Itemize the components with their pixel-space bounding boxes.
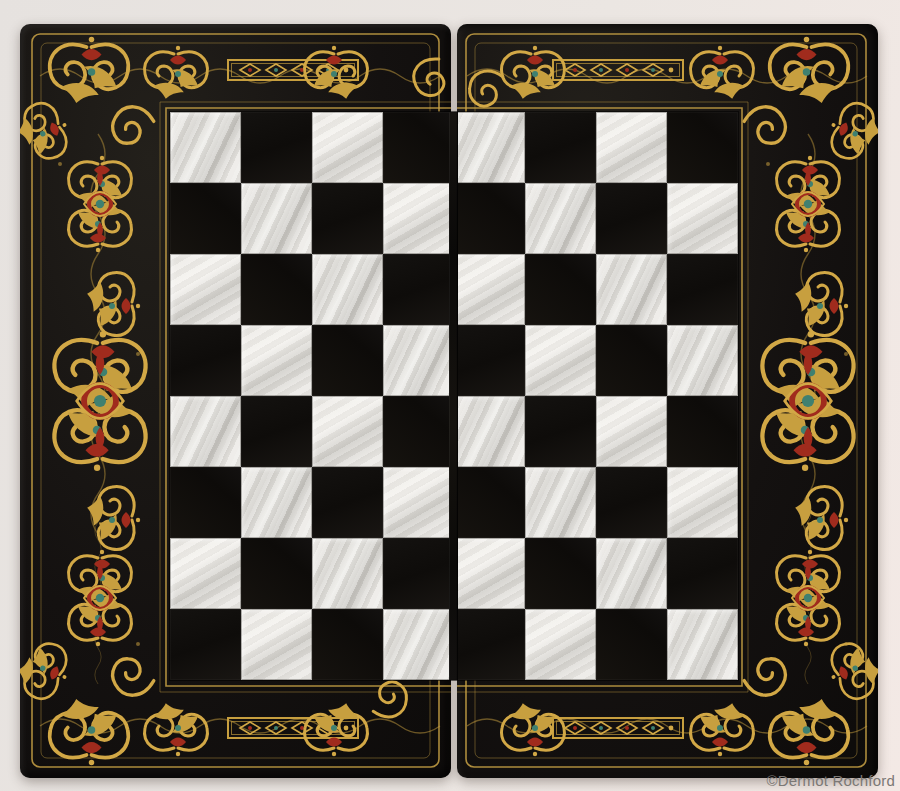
board-square-a8[interactable]	[170, 112, 241, 183]
scrollwork-right-band	[762, 134, 853, 684]
board-square-c8[interactable]	[312, 112, 383, 183]
board-square-g3[interactable]	[596, 467, 667, 538]
board-square-c6[interactable]	[312, 254, 383, 325]
board-square-h2[interactable]	[667, 538, 738, 609]
board-square-d2[interactable]	[383, 538, 454, 609]
board-square-c1[interactable]	[312, 609, 383, 680]
board-square-b4[interactable]	[241, 396, 312, 467]
fold-seam	[449, 112, 458, 680]
board-square-g8[interactable]	[596, 112, 667, 183]
board-square-f2[interactable]	[525, 538, 596, 609]
board-square-d4[interactable]	[383, 396, 454, 467]
board-square-e7[interactable]	[454, 183, 525, 254]
board-square-c5[interactable]	[312, 325, 383, 396]
board-square-h5[interactable]	[667, 325, 738, 396]
board-square-g4[interactable]	[596, 396, 667, 467]
scrollwork-left-band	[54, 134, 145, 684]
board-square-g2[interactable]	[596, 538, 667, 609]
board-square-h8[interactable]	[667, 112, 738, 183]
board-square-e2[interactable]	[454, 538, 525, 609]
board-square-b5[interactable]	[241, 325, 312, 396]
board-square-f7[interactable]	[525, 183, 596, 254]
board-square-b7[interactable]	[241, 183, 312, 254]
board-square-f3[interactable]	[525, 467, 596, 538]
board-square-a7[interactable]	[170, 183, 241, 254]
board-square-b3[interactable]	[241, 467, 312, 538]
board-square-f6[interactable]	[525, 254, 596, 325]
board-square-h4[interactable]	[667, 396, 738, 467]
board-square-h1[interactable]	[667, 609, 738, 680]
photo-background: ©Dermot Rochford	[0, 0, 900, 791]
board-square-h6[interactable]	[667, 254, 738, 325]
board-square-b2[interactable]	[241, 538, 312, 609]
board-square-a4[interactable]	[170, 396, 241, 467]
board-square-a1[interactable]	[170, 609, 241, 680]
board-square-e3[interactable]	[454, 467, 525, 538]
board-square-e8[interactable]	[454, 112, 525, 183]
board-square-g7[interactable]	[596, 183, 667, 254]
board-square-c4[interactable]	[312, 396, 383, 467]
board-square-c7[interactable]	[312, 183, 383, 254]
board-square-a6[interactable]	[170, 254, 241, 325]
board-square-b1[interactable]	[241, 609, 312, 680]
board-square-h7[interactable]	[667, 183, 738, 254]
board-square-d1[interactable]	[383, 609, 454, 680]
board-square-d6[interactable]	[383, 254, 454, 325]
board-square-a2[interactable]	[170, 538, 241, 609]
board-square-a5[interactable]	[170, 325, 241, 396]
board-square-e6[interactable]	[454, 254, 525, 325]
board-square-f8[interactable]	[525, 112, 596, 183]
board-square-c2[interactable]	[312, 538, 383, 609]
board-square-g1[interactable]	[596, 609, 667, 680]
board-square-g5[interactable]	[596, 325, 667, 396]
board-square-b6[interactable]	[241, 254, 312, 325]
board-square-b8[interactable]	[241, 112, 312, 183]
board-square-a3[interactable]	[170, 467, 241, 538]
board-square-d3[interactable]	[383, 467, 454, 538]
board-square-f5[interactable]	[525, 325, 596, 396]
board-square-f1[interactable]	[525, 609, 596, 680]
board-square-c3[interactable]	[312, 467, 383, 538]
board-square-e5[interactable]	[454, 325, 525, 396]
board-square-d5[interactable]	[383, 325, 454, 396]
board-square-h3[interactable]	[667, 467, 738, 538]
board-square-d7[interactable]	[383, 183, 454, 254]
board-square-d8[interactable]	[383, 112, 454, 183]
board-square-f4[interactable]	[525, 396, 596, 467]
board-square-e1[interactable]	[454, 609, 525, 680]
board-square-g6[interactable]	[596, 254, 667, 325]
board-square-e4[interactable]	[454, 396, 525, 467]
watermark-caption: ©Dermot Rochford	[767, 772, 895, 789]
